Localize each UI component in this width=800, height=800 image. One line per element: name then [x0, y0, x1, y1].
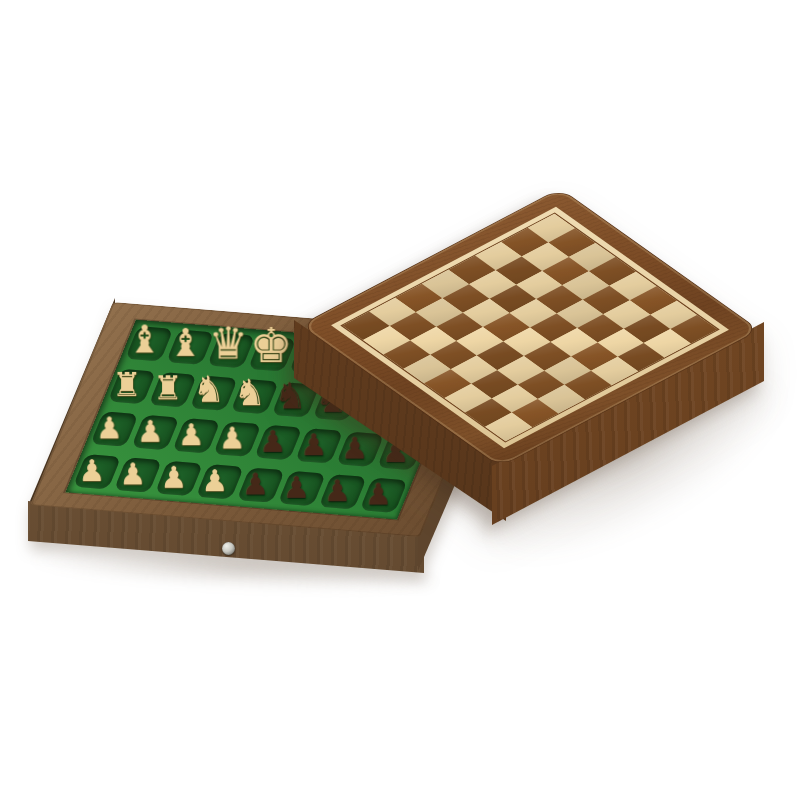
chessboard-box: [0, 0, 800, 800]
product-photo-scene: ♝♝♛♚♚♛♝♝♜♜♞♞♞♞♜♜♟♟♟♟♟♟♟♟♟♟♟♟♟♟♟♟: [0, 0, 800, 800]
